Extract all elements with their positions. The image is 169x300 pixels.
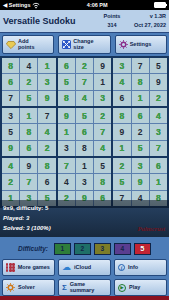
sudoku-cell-r6c5[interactable]: 8 [76,141,93,156]
difficulty-buttons: 12345 [54,243,151,255]
header: Versatile Sudoku Points 314 v 1.3R Oct 2… [0,10,169,33]
sudoku-cell-r7c5[interactable]: 1 [76,158,93,173]
sudoku-cell-r5c1[interactable]: 5 [2,124,19,139]
info-button[interactable]: i Info [114,259,167,276]
sudoku-box: 236591748 [113,158,167,206]
status-bar: ◀ Settings 4:06 PM [0,0,169,10]
sudoku-cell-r4c5[interactable]: 5 [76,108,93,123]
sudoku-cell-r8c6[interactable]: 8 [94,174,111,189]
sudoku-box: 498276135 [2,158,56,206]
sudoku-cell-r8c9[interactable]: 1 [150,174,167,189]
sudoku-cell-r3c9[interactable]: 2 [150,91,167,106]
sudoku-cell-r2c7[interactable]: 4 [113,74,130,89]
play-icon: ▶ [118,284,126,292]
solver-gear-icon [6,283,15,292]
more-games-button[interactable]: More games [2,259,55,276]
sudoku-cell-r1c3[interactable]: 1 [38,58,55,73]
settings-label: Settings [130,42,152,48]
sudoku-box: 375489612 [113,58,167,106]
sudoku-cell-r2c1[interactable]: 6 [2,74,19,89]
more-games-label: More games [18,265,50,271]
sudoku-cell-r3c8[interactable]: 1 [132,91,149,106]
sudoku-cell-r2c2[interactable]: 2 [20,74,37,89]
sudoku-box: 864923157 [113,108,167,156]
version-date: Oct 27, 2022 [134,21,166,30]
icloud-label: iCloud [74,265,91,271]
sudoku-cell-r8c4[interactable]: 4 [58,174,75,189]
sudoku-cell-r3c3[interactable]: 9 [38,91,55,106]
sudoku-cell-r2c3[interactable]: 3 [38,74,55,89]
battery-icon [154,2,166,8]
sudoku-cell-r8c3[interactable]: 6 [38,174,55,189]
sudoku-box: 317584962 [2,108,56,156]
app-title: Versatile Sudoku [3,16,76,26]
cloud-icon: ☁ [62,263,71,272]
sudoku-cell-r6c7[interactable]: 1 [113,141,130,156]
bottom-strip [0,296,169,300]
sudoku-cell-r5c7[interactable]: 9 [113,124,130,139]
more-games-icon [6,263,15,272]
size-difficulty-text: 9x9, difficulty: 5 [3,203,169,213]
difficulty-5-button[interactable]: 5 [134,243,151,255]
sudoku-cell-r7c1[interactable]: 4 [2,158,19,173]
add-points-button[interactable]: Add points [2,35,54,54]
points-label: Points [95,12,129,21]
sudoku-cell-r8c7[interactable]: 5 [113,174,130,189]
difficulty-row: Difficulty: 12345 [0,241,169,256]
change-size-label: Change size [73,39,101,51]
sudoku-cell-r6c8[interactable]: 5 [132,141,149,156]
sudoku-cell-r2c8[interactable]: 8 [132,74,149,89]
button-row-2: Solver Σ Game summary ▶ Play [0,279,169,296]
game-summary-button[interactable]: Σ Game summary [58,279,111,296]
sudoku-cell-r3c1[interactable]: 7 [2,91,19,106]
change-size-button[interactable]: Change size [58,35,110,54]
info-label: Info [128,265,138,271]
app-screen: ◀ Settings 4:06 PM Versatile Sudoku Poin… [0,0,169,300]
sudoku-cell-r6c4[interactable]: 3 [58,141,75,156]
sudoku-cell-r4c2[interactable]: 1 [20,108,37,123]
sudoku-cell-r3c2[interactable]: 5 [20,91,37,106]
solver-label: Solver [18,285,35,291]
sudoku-cell-r1c6[interactable]: 9 [94,58,111,73]
sudoku-cell-r7c2[interactable]: 9 [20,158,37,173]
sudoku-cell-r8c8[interactable]: 9 [132,174,149,189]
points-value: 314 [95,21,129,30]
icloud-button[interactable]: ☁ iCloud [58,259,111,276]
sudoku-box: 841623759 [2,58,56,106]
solver-button[interactable]: Solver [2,279,55,296]
sudoku-cell-r1c2[interactable]: 4 [20,58,37,73]
sudoku-cell-r8c2[interactable]: 7 [20,174,37,189]
sudoku-cell-r1c8[interactable]: 7 [132,58,149,73]
sudoku-cell-r3c6[interactable]: 3 [94,91,111,106]
sudoku-box: 629571843 [58,58,112,106]
sudoku-cell-r4c3[interactable]: 7 [38,108,55,123]
points-display: Points 314 [95,12,129,30]
game-summary-label: Game summary [70,282,107,294]
sudoku-cell-r2c5[interactable]: 7 [76,74,93,89]
play-button[interactable]: ▶ Play [114,279,167,296]
sudoku-cell-r6c9[interactable]: 7 [150,141,167,156]
sudoku-cell-r4c1[interactable]: 3 [2,108,19,123]
sudoku-cell-r5c2[interactable]: 8 [20,124,37,139]
sudoku-cell-r6c2[interactable]: 6 [20,141,37,156]
clock: 4:06 PM [87,2,108,8]
sudoku-cell-r5c9[interactable]: 3 [150,124,167,139]
sigma-icon: Σ [62,284,67,292]
sudoku-cell-r2c4[interactable]: 5 [58,74,75,89]
sudoku-cell-r3c7[interactable]: 6 [113,91,130,106]
add-points-label: Add points [18,39,46,51]
sudoku-cell-r8c1[interactable]: 2 [2,174,19,189]
sudoku-cell-r8c5[interactable]: 3 [76,174,93,189]
difficulty-1-button[interactable]: 1 [54,243,71,255]
sudoku-cell-r7c6[interactable]: 5 [94,158,111,173]
sudoku-cell-r4c6[interactable]: 2 [94,108,111,123]
version-number: v 1.3R [134,12,166,21]
sudoku-cell-r7c4[interactable]: 7 [58,158,75,173]
difficulty-label: Difficulty: [18,245,48,252]
sudoku-cell-r6c6[interactable]: 4 [94,141,111,156]
sudoku-cell-r1c4[interactable]: 6 [58,58,75,73]
back-to-settings-link[interactable]: ◀ Settings [3,2,30,8]
sudoku-cell-r1c1[interactable]: 8 [2,58,19,73]
sudoku-cell-r3c5[interactable]: 4 [76,91,93,106]
difficulty-4-button[interactable]: 4 [114,243,131,255]
resize-icon [62,40,71,49]
sudoku-cell-r3c4[interactable]: 8 [58,91,75,106]
sudoku-box: 715438296 [58,158,112,206]
sudoku-cell-r5c3[interactable]: 4 [38,124,55,139]
sudoku-cell-r2c6[interactable]: 1 [94,74,111,89]
info-icon: i [118,264,125,271]
sudoku-box: 952167384 [58,108,112,156]
gear-icon [119,40,128,49]
sudoku-cell-r6c3[interactable]: 2 [38,141,55,156]
played-text: Played: 3 [3,213,169,223]
sudoku-cell-r7c3[interactable]: 8 [38,158,55,173]
sudoku-cell-r1c7[interactable]: 3 [113,58,130,73]
sudoku-cell-r5c4[interactable]: 1 [58,124,75,139]
sudoku-grid: 8416237596295718433754896123175849629521… [0,56,169,208]
sudoku-cell-r4c9[interactable]: 4 [150,108,167,123]
difficulty-2-button[interactable]: 2 [74,243,91,255]
stats-overlay: 9x9, difficulty: 5 Played: 3 Solved: 3 (… [0,200,169,237]
sudoku-cell-r4c4[interactable]: 9 [58,108,75,123]
settings-button[interactable]: Settings [115,35,167,54]
sudoku-cell-r4c8[interactable]: 6 [132,108,149,123]
sudoku-cell-r5c5[interactable]: 6 [76,124,93,139]
play-label: Play [129,285,140,291]
gem-icon [6,41,16,49]
sudoku-cell-r5c8[interactable]: 2 [132,124,149,139]
sudoku-cell-r6c1[interactable]: 9 [2,141,19,156]
version-display: v 1.3R Oct 27, 2022 [134,12,166,30]
toolbar: Add points Change size [0,33,169,56]
sudoku-cell-r5c6[interactable]: 7 [94,124,111,139]
button-row-1: More games ☁ iCloud i Info [0,259,169,276]
wifi-icon [32,2,40,9]
difficulty-3-button[interactable]: 3 [94,243,111,255]
sudoku-cell-r7c7[interactable]: 2 [113,158,130,173]
sudoku-cell-r4c7[interactable]: 8 [113,108,130,123]
sudoku-cell-r7c8[interactable]: 3 [132,158,149,173]
brand-text: Palmcrust [138,223,165,234]
sudoku-cell-r2c9[interactable]: 9 [150,74,167,89]
sudoku-cell-r1c9[interactable]: 5 [150,58,167,73]
sudoku-cell-r1c5[interactable]: 2 [76,58,93,73]
sudoku-cell-r7c9[interactable]: 6 [150,158,167,173]
